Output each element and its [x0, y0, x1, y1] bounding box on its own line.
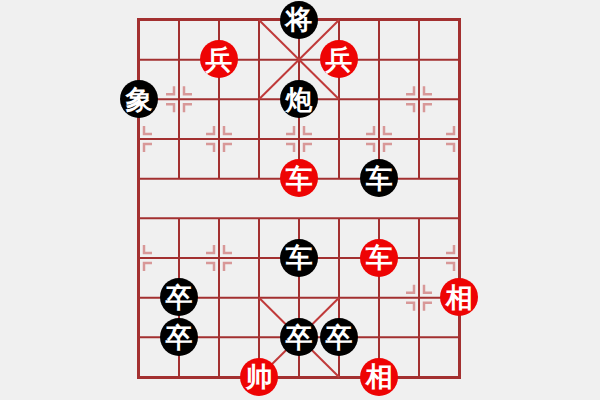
intersection-f9-r8[interactable]: 相 [439, 278, 479, 318]
intersection-f6-r4[interactable] [319, 119, 359, 159]
intersection-f7-r3[interactable] [359, 79, 399, 119]
intersection-f5-r9[interactable]: 卒 [279, 317, 319, 357]
piece-red-soldier[interactable]: 兵 [200, 40, 238, 78]
intersection-f1-r8[interactable] [119, 278, 159, 318]
intersection-f5-r6[interactable] [279, 198, 319, 238]
intersection-f9-r9[interactable] [439, 317, 479, 357]
piece-red-general[interactable]: 帅 [240, 358, 278, 396]
intersection-f8-r5[interactable] [399, 159, 439, 199]
intersection-f4-r8[interactable] [239, 278, 279, 318]
intersection-f9-r10[interactable] [439, 357, 479, 397]
intersection-f8-r3[interactable] [399, 79, 439, 119]
intersection-f5-r2[interactable] [279, 40, 319, 80]
piece-black-chariot[interactable]: 车 [360, 159, 398, 197]
intersection-f9-r1[interactable] [439, 0, 479, 40]
intersection-f6-r3[interactable] [319, 79, 359, 119]
intersection-f7-r7[interactable]: 车 [359, 238, 399, 278]
intersection-f6-r5[interactable] [319, 159, 359, 199]
xiangqi-board: 将兵兵象炮车车车车卒相卒卒卒帅相 [119, 0, 479, 397]
piece-red-elephant[interactable]: 相 [440, 278, 478, 316]
intersection-f4-r10[interactable]: 帅 [239, 357, 279, 397]
intersection-f7-r4[interactable] [359, 119, 399, 159]
intersection-f8-r8[interactable] [399, 278, 439, 318]
intersection-f5-r7[interactable]: 车 [279, 238, 319, 278]
intersection-f3-r3[interactable] [199, 79, 239, 119]
intersection-f8-r9[interactable] [399, 317, 439, 357]
intersection-f6-r2[interactable]: 兵 [319, 40, 359, 80]
intersection-f8-r7[interactable] [399, 238, 439, 278]
piece-red-chariot[interactable]: 车 [360, 239, 398, 277]
intersection-f4-r3[interactable] [239, 79, 279, 119]
intersection-f8-r1[interactable] [399, 0, 439, 40]
intersection-f4-r7[interactable] [239, 238, 279, 278]
intersection-f4-r9[interactable] [239, 317, 279, 357]
intersection-f8-r4[interactable] [399, 119, 439, 159]
intersection-f8-r2[interactable] [399, 40, 439, 80]
piece-black-soldier[interactable]: 卒 [280, 318, 318, 356]
intersection-f1-r9[interactable] [119, 317, 159, 357]
intersection-f9-r4[interactable] [439, 119, 479, 159]
intersection-f4-r2[interactable] [239, 40, 279, 80]
intersection-f7-r1[interactable] [359, 0, 399, 40]
piece-black-soldier[interactable]: 卒 [320, 318, 358, 356]
xiangqi-screenshot: 将兵兵象炮车车车车卒相卒卒卒帅相 [0, 0, 600, 400]
intersection-f5-r3[interactable]: 炮 [279, 79, 319, 119]
intersection-f8-r6[interactable] [399, 198, 439, 238]
piece-red-soldier[interactable]: 兵 [320, 40, 358, 78]
intersection-f1-r7[interactable] [119, 238, 159, 278]
intersection-f3-r2[interactable]: 兵 [199, 40, 239, 80]
intersection-f7-r2[interactable] [359, 40, 399, 80]
intersection-f3-r4[interactable] [199, 119, 239, 159]
intersection-f6-r9[interactable]: 卒 [319, 317, 359, 357]
intersection-f3-r1[interactable] [199, 0, 239, 40]
intersection-f9-r3[interactable] [439, 79, 479, 119]
intersection-f2-r1[interactable] [159, 0, 199, 40]
intersection-f6-r1[interactable] [319, 0, 359, 40]
intersection-f2-r4[interactable] [159, 119, 199, 159]
intersection-f2-r10[interactable] [159, 357, 199, 397]
intersection-f9-r5[interactable] [439, 159, 479, 199]
intersection-f2-r6[interactable] [159, 198, 199, 238]
intersection-f2-r5[interactable] [159, 159, 199, 199]
piece-black-soldier[interactable]: 卒 [160, 318, 198, 356]
intersection-f2-r7[interactable] [159, 238, 199, 278]
intersection-f3-r5[interactable] [199, 159, 239, 199]
intersection-f1-r5[interactable] [119, 159, 159, 199]
intersection-f1-r6[interactable] [119, 198, 159, 238]
intersection-f6-r7[interactable] [319, 238, 359, 278]
intersection-f7-r9[interactable] [359, 317, 399, 357]
piece-red-chariot[interactable]: 车 [280, 159, 318, 197]
intersection-f4-r1[interactable] [239, 0, 279, 40]
intersection-f1-r10[interactable] [119, 357, 159, 397]
intersection-f2-r2[interactable] [159, 40, 199, 80]
intersection-f7-r8[interactable] [359, 278, 399, 318]
intersection-f1-r2[interactable] [119, 40, 159, 80]
piece-black-general[interactable]: 将 [280, 1, 318, 39]
intersection-f3-r9[interactable] [199, 317, 239, 357]
piece-red-elephant[interactable]: 相 [360, 358, 398, 396]
intersection-f5-r5[interactable]: 车 [279, 159, 319, 199]
intersection-f3-r6[interactable] [199, 198, 239, 238]
piece-black-cannon[interactable]: 炮 [280, 80, 318, 118]
intersection-f2-r9[interactable]: 卒 [159, 317, 199, 357]
intersection-f4-r5[interactable] [239, 159, 279, 199]
intersection-f3-r10[interactable] [199, 357, 239, 397]
intersection-f3-r8[interactable] [199, 278, 239, 318]
intersection-f7-r5[interactable]: 车 [359, 159, 399, 199]
intersection-f9-r2[interactable] [439, 40, 479, 80]
intersection-f9-r6[interactable] [439, 198, 479, 238]
intersection-f5-r4[interactable] [279, 119, 319, 159]
intersection-f2-r3[interactable] [159, 79, 199, 119]
intersection-f7-r10[interactable]: 相 [359, 357, 399, 397]
intersection-f4-r6[interactable] [239, 198, 279, 238]
intersection-f6-r10[interactable] [319, 357, 359, 397]
piece-black-elephant[interactable]: 象 [120, 80, 158, 118]
piece-black-chariot[interactable]: 车 [280, 239, 318, 277]
intersection-f5-r10[interactable] [279, 357, 319, 397]
intersection-f9-r7[interactable] [439, 238, 479, 278]
intersection-f6-r8[interactable] [319, 278, 359, 318]
intersection-f5-r1[interactable]: 将 [279, 0, 319, 40]
intersection-f3-r7[interactable] [199, 238, 239, 278]
intersection-f6-r6[interactable] [319, 198, 359, 238]
intersection-f4-r4[interactable] [239, 119, 279, 159]
intersection-f1-r1[interactable] [119, 0, 159, 40]
intersection-f2-r8[interactable]: 卒 [159, 278, 199, 318]
intersection-f1-r3[interactable]: 象 [119, 79, 159, 119]
intersection-f5-r8[interactable] [279, 278, 319, 318]
piece-black-soldier[interactable]: 卒 [160, 278, 198, 316]
intersection-f1-r4[interactable] [119, 119, 159, 159]
intersection-f7-r6[interactable] [359, 198, 399, 238]
intersection-f8-r10[interactable] [399, 357, 439, 397]
